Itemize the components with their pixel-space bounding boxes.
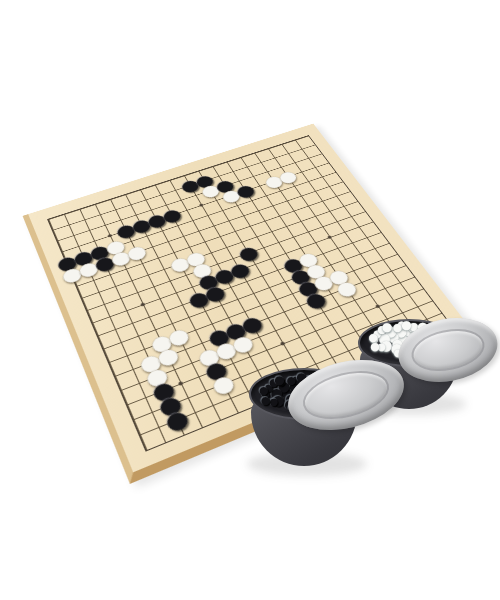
- white-bowl-stone: ●: [379, 330, 391, 346]
- white-stone: ●: [106, 246, 135, 269]
- white-stone: ●: [180, 247, 210, 270]
- black-stone: ●: [147, 376, 180, 405]
- white-bowl-stone: ●: [377, 323, 387, 336]
- white-bowl-stone: ●: [382, 320, 392, 334]
- black-stone: ●: [209, 264, 239, 287]
- black-bowl-stone: ●: [278, 378, 290, 394]
- black-stone: ●: [202, 324, 234, 350]
- go-board: ●●●●●●●●●●●●●●●●●●●●●●●●●●●●●●●●●●●●●●●●…: [0, 0, 500, 600]
- white-stone: ●: [322, 265, 353, 288]
- black-bowl-stone: ●: [261, 394, 271, 407]
- black-stone: ●: [299, 288, 331, 312]
- white-stone: ●: [140, 362, 173, 390]
- star-point: [178, 381, 184, 386]
- star-point: [199, 203, 204, 207]
- black-stone: ●: [52, 252, 81, 275]
- white-stone: ●: [101, 236, 130, 258]
- white-stone: ●: [152, 343, 184, 370]
- black-stone: ●: [277, 253, 307, 276]
- star-point: [107, 234, 112, 238]
- white-stone: ●: [292, 248, 322, 271]
- black-stone: ●: [231, 181, 259, 201]
- go-set-product-photo: ●●●●●●●●●●●●●●●●●●●●●●●●●●●●●●●●●●●●●●●●…: [0, 0, 500, 600]
- black-bowl-stone: ●: [287, 374, 297, 387]
- black-stone: ●: [69, 246, 98, 269]
- black-bowl-stone: ●: [277, 376, 286, 387]
- black-stone: ●: [90, 252, 119, 275]
- star-point: [237, 268, 242, 272]
- black-stone: ●: [193, 269, 223, 293]
- black-stone: ●: [160, 405, 194, 435]
- black-bowl-stone: ●: [265, 382, 274, 393]
- white-bowl-stone: ●: [385, 323, 397, 339]
- white-bowl-stone: ●: [380, 337, 392, 353]
- white-stone: ●: [259, 172, 287, 191]
- black-stone: ●: [292, 276, 323, 300]
- white-bowl-stone: ●: [368, 331, 378, 344]
- white-stone: ●: [192, 343, 224, 370]
- black-bowl-stone: ●: [274, 373, 284, 387]
- black-bowl-stone: ●: [269, 376, 279, 389]
- black-stone: ●: [153, 390, 187, 420]
- white-stone: ●: [162, 323, 194, 349]
- white-bowl-stone: ●: [384, 322, 393, 333]
- white-stone: ●: [165, 252, 195, 275]
- white-stone: ●: [209, 336, 241, 363]
- black-stone: ●: [284, 264, 315, 287]
- black-stone: ●: [211, 176, 239, 196]
- white-stone: ●: [122, 241, 151, 263]
- black-bowl-stone: ●: [259, 384, 269, 397]
- white-bowl-stone: ●: [370, 340, 380, 353]
- black-bowl-stone: ●: [261, 388, 270, 399]
- white-stone: ●: [206, 370, 239, 398]
- black-stone: ●: [183, 287, 214, 311]
- white-stone: ●: [145, 330, 177, 356]
- white-bowl-stone: ●: [392, 326, 403, 341]
- white-stone: ●: [300, 259, 331, 282]
- black-stone: ●: [219, 317, 251, 343]
- white-bowl-stone: ●: [401, 318, 411, 332]
- white-stone: ●: [196, 181, 224, 201]
- star-point: [280, 341, 286, 346]
- black-bowl-stone: ●: [272, 392, 284, 408]
- white-bowl-stone: ●: [395, 323, 407, 339]
- white-bowl-stone: ●: [393, 321, 403, 334]
- black-stone: ●: [176, 176, 203, 196]
- white-stone: ●: [330, 276, 362, 300]
- black-stone: ●: [199, 356, 232, 384]
- star-point: [140, 302, 145, 306]
- black-stone: ●: [190, 171, 217, 190]
- white-bowl-stone: ●: [373, 328, 382, 339]
- black-bowl-stone: ●: [269, 396, 278, 407]
- white-stone: ●: [74, 257, 103, 280]
- white-stone: ●: [307, 270, 338, 294]
- white-stone: ●: [57, 263, 86, 286]
- white-stone: ●: [134, 349, 166, 376]
- white-bowl-stone: ●: [370, 333, 379, 344]
- white-stone: ●: [226, 330, 258, 356]
- black-stone: ●: [235, 311, 267, 337]
- white-bowl-stone: ●: [377, 341, 386, 352]
- star-point: [285, 175, 290, 178]
- white-stone: ●: [217, 186, 245, 206]
- star-point: [327, 235, 332, 239]
- black-stone-bowl: ●●●●●●●●●●●●●●●●●●●●●●●●●●●●●●●●●●●●●●●●…: [243, 358, 423, 488]
- black-bowl-lid-emboss: [298, 363, 393, 426]
- black-stone: ●: [233, 242, 263, 264]
- black-stone: ●: [111, 220, 139, 241]
- black-stone: ●: [199, 281, 230, 305]
- black-stone: ●: [127, 215, 155, 236]
- black-stone: ●: [142, 210, 170, 231]
- white-stone: ●: [187, 258, 217, 281]
- white-bowl-stone: ●: [388, 329, 399, 344]
- black-stone: ●: [157, 205, 185, 226]
- black-stone: ●: [85, 241, 114, 263]
- white-bowl-stone: ●: [397, 319, 406, 330]
- black-bowl-stone: ●: [271, 385, 283, 401]
